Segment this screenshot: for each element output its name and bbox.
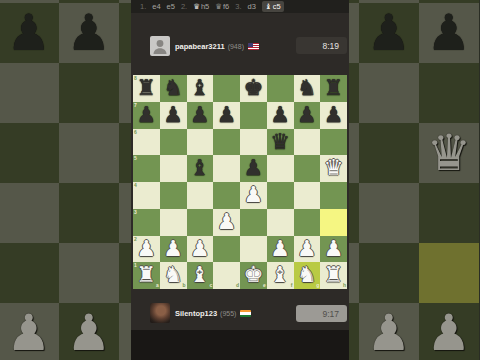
white-pawn-c2: ♟: [187, 236, 214, 263]
black-queen-f6: ♛: [267, 129, 294, 156]
white-pawn-d3: ♟: [213, 209, 240, 236]
coord-rank-6: 6: [134, 130, 137, 135]
black-pawn-d7: ♟: [213, 102, 240, 129]
square-f5[interactable]: [267, 155, 294, 182]
square-d2[interactable]: [213, 236, 240, 263]
bg-square-a2: ♟: [0, 303, 59, 360]
square-f2[interactable]: ♟: [267, 236, 294, 263]
square-a7[interactable]: ♟7: [133, 102, 160, 129]
bg-square-h7: ♟: [419, 3, 479, 63]
bg-square-h5: ♛: [419, 123, 479, 183]
square-e3[interactable]: [240, 209, 267, 236]
square-e1[interactable]: ♚e: [240, 262, 267, 289]
white-pawn-f2: ♟: [267, 236, 294, 263]
square-h1[interactable]: ♜h: [320, 262, 347, 289]
white-pawn-g2: ♟: [294, 236, 321, 263]
queen-move-icon: ♛: [215, 2, 222, 11]
square-f8[interactable]: [267, 75, 294, 102]
us-flag-icon: [248, 43, 259, 50]
bg-square-h2: ♟: [419, 303, 479, 360]
square-f3[interactable]: [267, 209, 294, 236]
white-pawn-h2: ♟: [320, 236, 347, 263]
bg-square-g2: ♟: [359, 303, 419, 360]
top-player-clock: 8:19: [296, 37, 347, 54]
coord-file-e: e: [263, 283, 266, 288]
bg-square-b4: [59, 183, 119, 243]
chess-board[interactable]: ♜8♞♝♚♞♜♟7♟♟♟♟♟♟6♛5♝♟♛4♟3♟♟2♟♟♟♟♟♜1a♞b♝cd…: [133, 75, 347, 289]
square-c7[interactable]: ♟: [187, 102, 214, 129]
move-text: f6: [223, 2, 229, 11]
square-c4[interactable]: [187, 182, 214, 209]
coord-rank-8: 8: [134, 76, 137, 81]
square-c2[interactable]: ♟: [187, 236, 214, 263]
bg-square-a5: [0, 123, 59, 183]
square-e7[interactable]: [240, 102, 267, 129]
black-rook-h8: ♜: [320, 75, 347, 102]
square-g6[interactable]: [294, 129, 321, 156]
move-text: h5: [201, 2, 209, 11]
square-b1[interactable]: ♞b: [160, 262, 187, 289]
bg-square-b7: ♟: [59, 3, 119, 63]
square-a4[interactable]: 4: [133, 182, 160, 209]
move-text: d3: [248, 2, 256, 11]
coord-file-f: f: [291, 283, 293, 288]
square-f1[interactable]: ♝f: [267, 262, 294, 289]
bg-black-pawn-a7: ♟: [0, 3, 59, 63]
bg-square-g6: [359, 63, 419, 123]
coord-file-d: d: [236, 283, 239, 288]
bg-black-pawn-h7: ♟: [419, 3, 479, 63]
black-bishop-c8: ♝: [187, 75, 214, 102]
bg-black-pawn-g7: ♟: [359, 3, 419, 63]
coord-file-a: a: [156, 283, 159, 288]
black-pawn-h7: ♟: [320, 102, 347, 129]
bg-square-g5: [359, 123, 419, 183]
coord-rank-3: 3: [134, 210, 137, 215]
black-pawn-f7: ♟: [267, 102, 294, 129]
bg-square-h4: [419, 183, 479, 243]
square-c5[interactable]: ♝: [187, 155, 214, 182]
move-token: ♛f6: [215, 2, 229, 11]
white-pawn-b2: ♟: [160, 236, 187, 263]
bg-square-g7: ♟: [359, 3, 419, 63]
square-d4[interactable]: [213, 182, 240, 209]
square-h4[interactable]: [320, 182, 347, 209]
bg-white-pawn-g2: ♟: [359, 303, 419, 360]
default-user-icon: [150, 36, 170, 56]
coord-rank-5: 5: [134, 156, 137, 161]
square-e8[interactable]: ♚: [240, 75, 267, 102]
move-number: 3.: [235, 2, 241, 11]
white-bishop-f1: ♝: [267, 262, 294, 289]
bg-white-queen-h5: ♛: [419, 123, 479, 183]
square-h7[interactable]: ♟: [320, 102, 347, 129]
square-f6[interactable]: ♛: [267, 129, 294, 156]
black-king-e8: ♚: [240, 75, 267, 102]
bg-white-pawn-a2: ♟: [0, 303, 59, 360]
bottom-player-name: Silentop123: [175, 309, 217, 318]
black-pawn-e5: ♟: [240, 155, 267, 182]
bg-white-pawn-b2: ♟: [59, 303, 119, 360]
square-c1[interactable]: ♝c: [187, 262, 214, 289]
phone-footer: ☰?●‹›: [131, 330, 349, 360]
square-c3[interactable]: [187, 209, 214, 236]
square-d6[interactable]: [213, 129, 240, 156]
screenshot-root: ♜♞♝♚♞♜♟♟♟♟♟♟♟♛♝♟♛♟♟♟♟♟♟♟♟♜♞♝♚♝♞♜ 1.e4e52…: [0, 0, 480, 360]
coord-rank-1: 1: [134, 263, 137, 268]
square-a1[interactable]: ♜1a: [133, 262, 160, 289]
square-g2[interactable]: ♟: [294, 236, 321, 263]
bg-square-b3: [59, 243, 119, 303]
square-a2[interactable]: ♟2: [133, 236, 160, 263]
square-e5[interactable]: ♟: [240, 155, 267, 182]
square-e6[interactable]: [240, 129, 267, 156]
square-d8[interactable]: [213, 75, 240, 102]
square-f7[interactable]: ♟: [267, 102, 294, 129]
move-text: e4: [152, 2, 160, 11]
bg-square-a7: ♟: [0, 3, 59, 63]
black-pawn-b7: ♟: [160, 102, 187, 129]
move-token: d3: [248, 2, 256, 11]
square-e2[interactable]: [240, 236, 267, 263]
square-h8[interactable]: ♜: [320, 75, 347, 102]
square-d3[interactable]: ♟: [213, 209, 240, 236]
bottom-player-avatar[interactable]: [150, 303, 170, 323]
bg-white-pawn-h2: ♟: [419, 303, 479, 360]
square-g8[interactable]: ♞: [294, 75, 321, 102]
move-text: e5: [167, 2, 175, 11]
coord-rank-7: 7: [134, 103, 137, 108]
black-pawn-a7: ♟: [133, 102, 160, 129]
square-b3[interactable]: [160, 209, 187, 236]
square-e4[interactable]: ♟: [240, 182, 267, 209]
coord-file-g: g: [316, 283, 319, 288]
square-h5[interactable]: ♛: [320, 155, 347, 182]
bg-square-g3: [359, 243, 419, 303]
bg-square-a4: [0, 183, 59, 243]
square-b8[interactable]: ♞: [160, 75, 187, 102]
coord-file-c: c: [209, 283, 212, 288]
black-bishop-c5: ♝: [187, 155, 214, 182]
move-text: c5: [273, 2, 281, 11]
current-move-token: ♝c5: [262, 1, 284, 12]
bottom-player-clock: 9:17: [296, 305, 347, 322]
black-pawn-c7: ♟: [187, 102, 214, 129]
bg-square-h6: [419, 63, 479, 123]
square-a5[interactable]: 5: [133, 155, 160, 182]
coord-file-h: h: [343, 283, 346, 288]
square-b5[interactable]: [160, 155, 187, 182]
square-d1[interactable]: d: [213, 262, 240, 289]
coord-file-b: b: [182, 283, 185, 288]
square-g3[interactable]: [294, 209, 321, 236]
top-player-name: papabear3211: [175, 42, 225, 51]
square-c6[interactable]: [187, 129, 214, 156]
phone-screen: 1.e4e52.♛h5♛f63.d3♝c5 papabear3211 (948)…: [131, 0, 349, 360]
square-g7[interactable]: ♟: [294, 102, 321, 129]
move-number: 2.: [181, 2, 187, 11]
bg-square-g4: [359, 183, 419, 243]
bg-square-b5: [59, 123, 119, 183]
square-b7[interactable]: ♟: [160, 102, 187, 129]
white-pawn-e4: ♟: [240, 182, 267, 209]
top-player-avatar[interactable]: [150, 36, 170, 56]
coord-rank-2: 2: [134, 237, 137, 242]
bottom-player-rating: (955): [220, 310, 236, 317]
square-a3[interactable]: 3: [133, 209, 160, 236]
black-pawn-g7: ♟: [294, 102, 321, 129]
move-list-bar: 1.e4e52.♛h5♛f63.d3♝c5: [131, 0, 349, 13]
white-queen-h5: ♛: [320, 155, 347, 182]
bishop-move-icon: ♝: [265, 2, 272, 11]
square-b4[interactable]: [160, 182, 187, 209]
black-knight-g8: ♞: [294, 75, 321, 102]
bg-square-h3: [419, 243, 479, 303]
square-g4[interactable]: [294, 182, 321, 209]
square-a6[interactable]: 6: [133, 129, 160, 156]
black-knight-b8: ♞: [160, 75, 187, 102]
square-d7[interactable]: ♟: [213, 102, 240, 129]
move-token: e5: [167, 2, 175, 11]
square-d5[interactable]: [213, 155, 240, 182]
black-rook-a8: ♜: [133, 75, 160, 102]
square-g1[interactable]: ♞g: [294, 262, 321, 289]
coord-rank-4: 4: [134, 183, 137, 188]
square-c8[interactable]: ♝: [187, 75, 214, 102]
india-flag-icon: [240, 310, 251, 317]
square-g5[interactable]: [294, 155, 321, 182]
square-h6[interactable]: [320, 129, 347, 156]
queen-move-icon: ♛: [193, 2, 200, 11]
bg-square-a6: [0, 63, 59, 123]
move-number: 1.: [140, 2, 146, 11]
square-h2[interactable]: ♟: [320, 236, 347, 263]
white-pawn-a2: ♟: [133, 236, 160, 263]
move-token: ♛h5: [193, 2, 209, 11]
move-token: e4: [152, 2, 160, 11]
bg-square-b2: ♟: [59, 303, 119, 360]
square-b2[interactable]: ♟: [160, 236, 187, 263]
bg-square-a3: [0, 243, 59, 303]
square-b6[interactable]: [160, 129, 187, 156]
bg-square-b6: [59, 63, 119, 123]
square-h3[interactable]: [320, 209, 347, 236]
square-a8[interactable]: ♜8: [133, 75, 160, 102]
bg-black-pawn-b7: ♟: [59, 3, 119, 63]
square-f4[interactable]: [267, 182, 294, 209]
top-player-rating: (948): [228, 43, 244, 50]
